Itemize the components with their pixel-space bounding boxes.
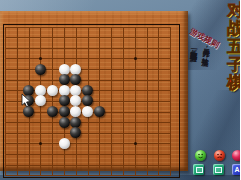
grid-line-horizontal (5, 80, 171, 81)
blue-letter-button[interactable]: A (232, 164, 241, 175)
black-stone (35, 64, 46, 75)
black-stone (94, 106, 105, 117)
white-stone (59, 64, 70, 75)
white-stone (59, 138, 70, 149)
white-stone (47, 85, 58, 96)
green-ball-button[interactable] (195, 150, 206, 161)
grid-line-horizontal (5, 69, 171, 70)
red-ball-button[interactable] (214, 150, 225, 161)
grid-line-horizontal (5, 37, 171, 38)
white-stone (70, 64, 81, 75)
white-stone (70, 85, 81, 96)
white-stone (35, 85, 46, 96)
grid-line-horizontal (5, 133, 171, 134)
window-icon (196, 167, 203, 173)
letter-icon: A (232, 164, 241, 175)
title-char: 子 (227, 56, 240, 73)
grid-line-horizontal (5, 122, 171, 123)
black-stone (70, 117, 81, 128)
grid-line-horizontal (5, 58, 171, 59)
grid-line-horizontal (5, 143, 171, 144)
white-stone (59, 85, 70, 96)
title-char: 战 (227, 20, 240, 37)
black-stone (23, 85, 34, 96)
pink-ball-button[interactable] (232, 150, 241, 161)
title-char: 五 (227, 38, 240, 55)
title-char: 对 (227, 2, 240, 19)
black-stone (59, 117, 70, 128)
teal-window-button-2[interactable] (213, 164, 224, 175)
black-stone (59, 106, 70, 117)
grid-line-horizontal (5, 48, 171, 49)
gomoku-board[interactable] (0, 11, 188, 171)
game-window: 对战五子棋 游戏规则 黑方先行，轮流落子 任一方向先连成五子者为胜 A (0, 0, 240, 180)
smiley-face-icon (214, 150, 225, 161)
title-char: 棋 (227, 74, 240, 91)
window-icon (215, 167, 222, 173)
teal-window-button-1[interactable] (193, 164, 204, 175)
grid-line-horizontal (5, 154, 171, 155)
black-stone (59, 95, 70, 106)
black-stone (82, 85, 93, 96)
smiley-face-icon (195, 150, 206, 161)
grid-line-horizontal (5, 175, 171, 176)
grid-line-horizontal (5, 27, 171, 28)
grid-line-horizontal (5, 165, 171, 166)
black-stone (47, 106, 58, 117)
black-stone (59, 74, 70, 85)
